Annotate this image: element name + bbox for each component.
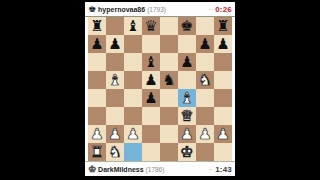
bottom-player-clock: 1:43 [215,165,232,174]
square-g6[interactable] [196,53,214,71]
square-f3[interactable]: ♛ [178,107,196,125]
square-f1[interactable]: ♚ [178,143,196,161]
black-pawn: ♟ [144,71,157,89]
black-bishop: ♝ [126,17,139,35]
square-g3[interactable] [196,107,214,125]
square-a1[interactable]: ♜ [88,143,106,161]
black-pawn: ♟ [180,53,193,71]
square-e3[interactable] [160,107,178,125]
white-queen: ♛ [180,107,193,125]
white-pawn: ♟ [108,125,121,143]
square-h5[interactable] [214,71,232,89]
square-g8[interactable] [196,17,214,35]
top-player-name: hypernovaa86 [98,6,145,13]
square-f5[interactable] [178,71,196,89]
square-d7[interactable] [142,35,160,53]
black-pawn: ♟ [108,35,121,53]
square-c5[interactable] [124,71,142,89]
square-c6[interactable] [124,53,142,71]
white-pawn: ♟ [180,125,193,143]
square-g7[interactable]: ♟ [196,35,214,53]
square-b4[interactable] [106,89,124,107]
square-b2[interactable]: ♟ [106,125,124,143]
black-rook: ♜ [90,17,103,35]
square-d6[interactable]: ♝ [142,53,160,71]
black-queen: ♛ [144,17,157,35]
white-pawn: ♟ [216,125,229,143]
bottom-player-bar: ♚ DarkMildness (1786) – 1:43 [85,161,235,176]
square-h8[interactable]: ♜ [214,17,232,35]
square-e1[interactable] [160,143,178,161]
square-a7[interactable]: ♟ [88,35,106,53]
square-b6[interactable] [106,53,124,71]
square-d1[interactable] [142,143,160,161]
bottom-clock-status-icon: – [209,166,212,172]
square-e4[interactable] [160,89,178,107]
square-c1[interactable] [124,143,142,161]
square-c2[interactable]: ♟ [124,125,142,143]
square-g1[interactable] [196,143,214,161]
square-h4[interactable] [214,89,232,107]
white-bishop: ♝ [108,71,121,89]
black-rook: ♜ [216,17,229,35]
square-h1[interactable] [214,143,232,161]
square-e6[interactable] [160,53,178,71]
square-b3[interactable] [106,107,124,125]
square-a4[interactable] [88,89,106,107]
square-a8[interactable]: ♜ [88,17,106,35]
black-pawn: ♟ [144,89,157,107]
black-pawn: ♟ [198,35,211,53]
square-b7[interactable]: ♟ [106,35,124,53]
white-pawn: ♟ [198,125,211,143]
square-b1[interactable]: ♞ [106,143,124,161]
black-bishop: ♝ [144,53,157,71]
square-c3[interactable] [124,107,142,125]
chess-board: ♜♝♛♚♜♟♟♟♟♝♟♝♟♞♞♟♝♛♟♟♟♟♟♟♜♞♚ [88,17,232,161]
black-pawn: ♟ [216,35,229,53]
square-e8[interactable] [160,17,178,35]
square-a3[interactable] [88,107,106,125]
square-f2[interactable]: ♟ [178,125,196,143]
square-f8[interactable]: ♚ [178,17,196,35]
black-king-icon: ♚ [88,5,96,14]
square-h7[interactable]: ♟ [214,35,232,53]
square-f6[interactable]: ♟ [178,53,196,71]
square-d4[interactable]: ♟ [142,89,160,107]
square-h3[interactable] [214,107,232,125]
top-player-rating: (1793) [147,6,166,13]
bottom-player-name: DarkMildness [98,166,144,173]
square-d5[interactable]: ♟ [142,71,160,89]
black-pawn: ♟ [90,35,103,53]
square-a5[interactable] [88,71,106,89]
white-pawn: ♟ [126,125,139,143]
square-g2[interactable]: ♟ [196,125,214,143]
white-rook: ♜ [90,143,103,161]
square-b8[interactable] [106,17,124,35]
white-king: ♚ [180,143,193,161]
square-f7[interactable] [178,35,196,53]
square-d8[interactable]: ♛ [142,17,160,35]
black-knight: ♞ [162,71,175,89]
square-g4[interactable] [196,89,214,107]
white-pawn: ♟ [90,125,103,143]
top-player-clock: 0:26 [215,5,232,14]
square-e2[interactable] [160,125,178,143]
square-h2[interactable]: ♟ [214,125,232,143]
white-bishop: ♝ [180,89,193,107]
top-player-bar: ♚ hypernovaa86 (1793) – 0:26 [85,2,235,17]
white-knight: ♞ [198,71,211,89]
black-king: ♚ [180,17,193,35]
square-b5[interactable]: ♝ [106,71,124,89]
square-a6[interactable] [88,53,106,71]
square-d3[interactable] [142,107,160,125]
white-knight: ♞ [108,143,121,161]
square-c8[interactable]: ♝ [124,17,142,35]
game-panel: ♚ hypernovaa86 (1793) – 0:26 ♜♝♛♚♜♟♟♟♟♝♟… [85,2,235,176]
square-e7[interactable] [160,35,178,53]
square-a2[interactable]: ♟ [88,125,106,143]
square-c4[interactable] [124,89,142,107]
square-c7[interactable] [124,35,142,53]
square-e5[interactable]: ♞ [160,71,178,89]
square-h6[interactable] [214,53,232,71]
top-clock-status-icon: – [209,6,212,12]
white-king-icon: ♚ [88,165,96,174]
square-f4[interactable]: ♝ [178,89,196,107]
square-g5[interactable]: ♞ [196,71,214,89]
square-d2[interactable] [142,125,160,143]
bottom-player-rating: (1786) [146,166,165,173]
